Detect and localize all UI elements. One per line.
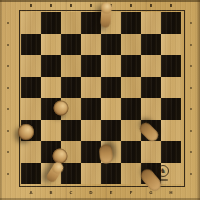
pieces-layer [0, 0, 200, 200]
wooden-pawn-g3[interactable] [137, 120, 160, 143]
wooden-pawn-e8[interactable] [99, 2, 113, 28]
chessboard-photo: ABCDEFGH ♞ [0, 0, 200, 200]
wooden-pawn-g1[interactable] [138, 167, 163, 194]
wooden-pawn-e2[interactable] [99, 144, 114, 164]
wooden-pawn-b4[interactable] [54, 101, 69, 116]
wooden-pawn-b1[interactable] [44, 160, 65, 184]
wooden-pawn-a3[interactable] [18, 124, 34, 140]
